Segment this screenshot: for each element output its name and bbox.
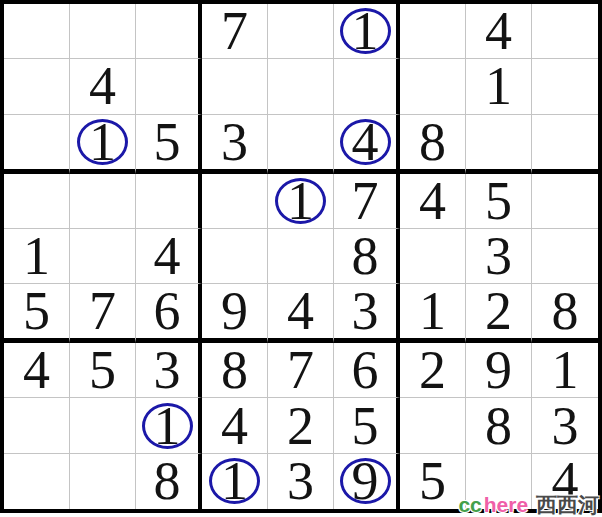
digit: 8 bbox=[419, 115, 446, 169]
cell-r3c4[interactable]: 3 bbox=[202, 115, 268, 174]
cell-r1c1[interactable] bbox=[4, 4, 70, 59]
cell-r3c7[interactable]: 8 bbox=[400, 115, 466, 174]
cell-r5c2[interactable] bbox=[70, 229, 136, 284]
cell-r9c7[interactable]: 5 bbox=[400, 454, 466, 509]
digit: 8 bbox=[485, 399, 512, 453]
watermark-here: here bbox=[483, 493, 529, 516]
digit: 9 bbox=[485, 343, 512, 397]
digit: 4 bbox=[154, 229, 181, 283]
cell-r4c9[interactable] bbox=[532, 174, 598, 229]
digit: 9 bbox=[352, 454, 379, 508]
cell-r1c9[interactable] bbox=[532, 4, 598, 59]
cell-r7c7[interactable]: 2 bbox=[400, 343, 466, 398]
digit: 5 bbox=[485, 174, 512, 228]
cell-r7c3[interactable]: 3 bbox=[136, 343, 202, 398]
cell-r1c7[interactable] bbox=[400, 4, 466, 59]
cell-r8c7[interactable] bbox=[400, 398, 466, 453]
cell-r6c4[interactable]: 9 bbox=[202, 284, 268, 343]
cell-r4c5[interactable]: 1 bbox=[268, 174, 334, 229]
cell-r2c5[interactable] bbox=[268, 59, 334, 114]
cell-r3c8[interactable] bbox=[466, 115, 532, 174]
cell-r6c7[interactable]: 1 bbox=[400, 284, 466, 343]
cell-r2c2[interactable]: 4 bbox=[70, 59, 136, 114]
cell-r5c7[interactable] bbox=[400, 229, 466, 284]
digit: 7 bbox=[287, 343, 314, 397]
circle-annotation: 1 bbox=[209, 458, 260, 504]
cell-r2c6[interactable] bbox=[334, 59, 400, 114]
cell-r1c6[interactable]: 1 bbox=[334, 4, 400, 59]
digit: 3 bbox=[552, 399, 579, 453]
cell-r5c4[interactable] bbox=[202, 229, 268, 284]
cell-r4c4[interactable] bbox=[202, 174, 268, 229]
cell-r2c7[interactable] bbox=[400, 59, 466, 114]
cell-r7c6[interactable]: 6 bbox=[334, 343, 400, 398]
digit: 4 bbox=[221, 399, 248, 453]
cell-r5c6[interactable]: 8 bbox=[334, 229, 400, 284]
cell-r5c5[interactable] bbox=[268, 229, 334, 284]
digit: 3 bbox=[287, 454, 314, 508]
cell-r2c1[interactable] bbox=[4, 59, 70, 114]
digit: 4 bbox=[485, 4, 512, 58]
cell-r6c9[interactable]: 8 bbox=[532, 284, 598, 343]
cell-r3c5[interactable] bbox=[268, 115, 334, 174]
digit: 1 bbox=[552, 343, 579, 397]
digit: 5 bbox=[89, 343, 116, 397]
digit: 1 bbox=[23, 229, 50, 283]
digit: 3 bbox=[221, 115, 248, 169]
digit: 7 bbox=[221, 4, 248, 58]
cell-r5c8[interactable]: 3 bbox=[466, 229, 532, 284]
cell-r7c1[interactable]: 4 bbox=[4, 343, 70, 398]
digit: 3 bbox=[485, 229, 512, 283]
digit: 1 bbox=[352, 4, 379, 58]
digit: 2 bbox=[419, 343, 446, 397]
digit: 3 bbox=[154, 343, 181, 397]
digit: 1 bbox=[485, 59, 512, 113]
cell-r7c9[interactable]: 1 bbox=[532, 343, 598, 398]
cell-r3c3[interactable]: 5 bbox=[136, 115, 202, 174]
cell-r9c6[interactable]: 9 bbox=[334, 454, 400, 509]
circle-annotation: 1 bbox=[340, 8, 391, 54]
cell-r2c8[interactable]: 1 bbox=[466, 59, 532, 114]
digit: 5 bbox=[23, 284, 50, 338]
watermark: cchere 西西河 bbox=[457, 491, 600, 517]
digit: 7 bbox=[352, 174, 379, 228]
cell-r5c1[interactable]: 1 bbox=[4, 229, 70, 284]
cell-r9c1[interactable] bbox=[4, 454, 70, 509]
cell-r3c2[interactable]: 1 bbox=[70, 115, 136, 174]
cell-r2c9[interactable] bbox=[532, 59, 598, 114]
sudoku-board: 7144115348174514835769431284538762911425… bbox=[0, 0, 602, 513]
digit: 3 bbox=[352, 284, 379, 338]
digit: 1 bbox=[419, 284, 446, 338]
circle-annotation: 1 bbox=[275, 178, 326, 224]
digit: 9 bbox=[221, 284, 248, 338]
digit: 5 bbox=[154, 115, 181, 169]
cell-r8c3[interactable]: 1 bbox=[136, 398, 202, 453]
cell-r2c4[interactable] bbox=[202, 59, 268, 114]
cell-r4c8[interactable]: 5 bbox=[466, 174, 532, 229]
cell-r9c2[interactable] bbox=[70, 454, 136, 509]
circle-annotation: 9 bbox=[340, 458, 391, 504]
digit: 1 bbox=[89, 115, 116, 169]
digit: 4 bbox=[352, 115, 379, 169]
cell-r4c2[interactable] bbox=[70, 174, 136, 229]
digit: 4 bbox=[23, 343, 50, 397]
cell-r3c1[interactable] bbox=[4, 115, 70, 174]
cell-r7c8[interactable]: 9 bbox=[466, 343, 532, 398]
cell-r3c6[interactable]: 4 bbox=[334, 115, 400, 174]
circle-annotation: 1 bbox=[77, 119, 128, 165]
cell-r8c5[interactable]: 2 bbox=[268, 398, 334, 453]
watermark-site-name: 西西河 bbox=[535, 493, 600, 516]
cell-r6c1[interactable]: 5 bbox=[4, 284, 70, 343]
cell-r5c9[interactable] bbox=[532, 229, 598, 284]
digit: 7 bbox=[89, 284, 116, 338]
cell-r1c3[interactable] bbox=[136, 4, 202, 59]
cell-r1c4[interactable]: 7 bbox=[202, 4, 268, 59]
digit: 1 bbox=[154, 399, 181, 453]
digit: 5 bbox=[352, 399, 379, 453]
cell-r4c1[interactable] bbox=[4, 174, 70, 229]
cell-r8c4[interactable]: 4 bbox=[202, 398, 268, 453]
cell-r8c8[interactable]: 8 bbox=[466, 398, 532, 453]
cell-r6c8[interactable]: 2 bbox=[466, 284, 532, 343]
cell-r1c2[interactable] bbox=[70, 4, 136, 59]
cell-r8c6[interactable]: 5 bbox=[334, 398, 400, 453]
sudoku-screenshot: 7144115348174514835769431284538762911425… bbox=[0, 0, 602, 517]
cell-r8c9[interactable]: 3 bbox=[532, 398, 598, 453]
digit: 5 bbox=[419, 454, 446, 508]
digit: 2 bbox=[287, 399, 314, 453]
cell-r1c5[interactable] bbox=[268, 4, 334, 59]
cell-r7c4[interactable]: 8 bbox=[202, 343, 268, 398]
cell-r1c8[interactable]: 4 bbox=[466, 4, 532, 59]
cell-r8c2[interactable] bbox=[70, 398, 136, 453]
cell-r3c9[interactable] bbox=[532, 115, 598, 174]
watermark-cc: cc bbox=[457, 493, 482, 516]
cell-r6c3[interactable]: 6 bbox=[136, 284, 202, 343]
digit: 4 bbox=[419, 174, 446, 228]
cell-r2c3[interactable] bbox=[136, 59, 202, 114]
cell-r4c7[interactable]: 4 bbox=[400, 174, 466, 229]
circle-annotation: 1 bbox=[142, 403, 193, 449]
cell-r5c3[interactable]: 4 bbox=[136, 229, 202, 284]
cell-r9c4[interactable]: 1 bbox=[202, 454, 268, 509]
cell-r6c5[interactable]: 4 bbox=[268, 284, 334, 343]
digit: 2 bbox=[485, 284, 512, 338]
cell-r4c6[interactable]: 7 bbox=[334, 174, 400, 229]
digit: 6 bbox=[154, 284, 181, 338]
cell-r9c5[interactable]: 3 bbox=[268, 454, 334, 509]
digit: 8 bbox=[154, 454, 181, 508]
cell-r4c3[interactable] bbox=[136, 174, 202, 229]
cell-r6c2[interactable]: 7 bbox=[70, 284, 136, 343]
circle-annotation: 4 bbox=[340, 119, 391, 165]
digit: 8 bbox=[552, 284, 579, 338]
digit: 1 bbox=[221, 454, 248, 508]
digit: 1 bbox=[287, 174, 314, 228]
cell-r7c2[interactable]: 5 bbox=[70, 343, 136, 398]
cell-r6c6[interactable]: 3 bbox=[334, 284, 400, 343]
digit: 4 bbox=[287, 284, 314, 338]
digit: 8 bbox=[352, 229, 379, 283]
digit: 8 bbox=[221, 343, 248, 397]
cell-r9c3[interactable]: 8 bbox=[136, 454, 202, 509]
cell-r8c1[interactable] bbox=[4, 398, 70, 453]
digit: 6 bbox=[352, 343, 379, 397]
cell-r7c5[interactable]: 7 bbox=[268, 343, 334, 398]
digit: 4 bbox=[89, 59, 116, 113]
